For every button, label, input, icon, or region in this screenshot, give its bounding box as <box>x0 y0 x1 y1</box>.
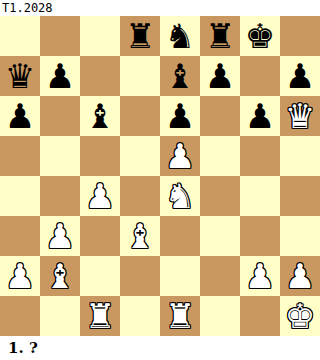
square-h1[interactable]: ♚ <box>280 296 320 336</box>
square-b4[interactable] <box>40 176 80 216</box>
square-f2[interactable] <box>200 256 240 296</box>
chess-board: ♜♞♜♚♛♟♝♟♟♟♝♟♟♛♟♟♞♟♝♟♝♟♟♜♜♚ <box>0 16 320 336</box>
square-c5[interactable] <box>80 136 120 176</box>
square-a6[interactable]: ♟ <box>0 96 40 136</box>
square-b1[interactable] <box>40 296 80 336</box>
square-f8[interactable]: ♜ <box>200 16 240 56</box>
black-bishop: ♝ <box>85 96 115 136</box>
black-rook: ♜ <box>205 16 235 56</box>
square-e3[interactable] <box>160 216 200 256</box>
square-a4[interactable] <box>0 176 40 216</box>
square-g1[interactable] <box>240 296 280 336</box>
square-h4[interactable] <box>280 176 320 216</box>
white-king: ♚ <box>285 296 315 336</box>
black-pawn: ♟ <box>245 96 275 136</box>
black-pawn: ♟ <box>285 56 315 96</box>
white-pawn: ♟ <box>285 256 315 296</box>
square-c6[interactable]: ♝ <box>80 96 120 136</box>
square-b2[interactable]: ♝ <box>40 256 80 296</box>
black-pawn: ♟ <box>45 56 75 96</box>
square-e4[interactable]: ♞ <box>160 176 200 216</box>
square-a3[interactable] <box>0 216 40 256</box>
square-d8[interactable]: ♜ <box>120 16 160 56</box>
square-c4[interactable]: ♟ <box>80 176 120 216</box>
square-d6[interactable] <box>120 96 160 136</box>
square-g3[interactable] <box>240 216 280 256</box>
white-pawn: ♟ <box>245 256 275 296</box>
square-c8[interactable] <box>80 16 120 56</box>
square-h2[interactable]: ♟ <box>280 256 320 296</box>
square-b8[interactable] <box>40 16 80 56</box>
square-f6[interactable] <box>200 96 240 136</box>
black-pawn: ♟ <box>165 96 195 136</box>
black-king: ♚ <box>245 16 275 56</box>
puzzle-id: T1.2028 <box>0 0 320 16</box>
square-g2[interactable]: ♟ <box>240 256 280 296</box>
square-h5[interactable] <box>280 136 320 176</box>
black-rook: ♜ <box>125 16 155 56</box>
square-c1[interactable]: ♜ <box>80 296 120 336</box>
white-queen: ♛ <box>285 96 315 136</box>
square-h3[interactable] <box>280 216 320 256</box>
square-c2[interactable] <box>80 256 120 296</box>
white-pawn: ♟ <box>5 256 35 296</box>
square-g6[interactable]: ♟ <box>240 96 280 136</box>
square-d3[interactable]: ♝ <box>120 216 160 256</box>
square-h7[interactable]: ♟ <box>280 56 320 96</box>
white-bishop: ♝ <box>45 256 75 296</box>
square-h6[interactable]: ♛ <box>280 96 320 136</box>
white-rook: ♜ <box>165 296 195 336</box>
square-b7[interactable]: ♟ <box>40 56 80 96</box>
square-e5[interactable]: ♟ <box>160 136 200 176</box>
square-e1[interactable]: ♜ <box>160 296 200 336</box>
square-f7[interactable]: ♟ <box>200 56 240 96</box>
square-g5[interactable] <box>240 136 280 176</box>
square-g4[interactable] <box>240 176 280 216</box>
black-pawn: ♟ <box>205 56 235 96</box>
square-c7[interactable] <box>80 56 120 96</box>
square-b6[interactable] <box>40 96 80 136</box>
move-prompt: 1. ? <box>0 336 320 360</box>
square-g8[interactable]: ♚ <box>240 16 280 56</box>
square-b3[interactable]: ♟ <box>40 216 80 256</box>
square-f1[interactable] <box>200 296 240 336</box>
square-h8[interactable] <box>280 16 320 56</box>
square-a5[interactable] <box>0 136 40 176</box>
square-e6[interactable]: ♟ <box>160 96 200 136</box>
square-d5[interactable] <box>120 136 160 176</box>
white-knight: ♞ <box>165 176 195 216</box>
square-f5[interactable] <box>200 136 240 176</box>
square-b5[interactable] <box>40 136 80 176</box>
white-bishop: ♝ <box>125 216 155 256</box>
square-e2[interactable] <box>160 256 200 296</box>
white-rook: ♜ <box>85 296 115 336</box>
square-d4[interactable] <box>120 176 160 216</box>
square-c3[interactable] <box>80 216 120 256</box>
black-queen: ♛ <box>5 56 35 96</box>
square-d1[interactable] <box>120 296 160 336</box>
square-e7[interactable]: ♝ <box>160 56 200 96</box>
square-a2[interactable]: ♟ <box>0 256 40 296</box>
white-pawn: ♟ <box>85 176 115 216</box>
square-a8[interactable] <box>0 16 40 56</box>
black-bishop: ♝ <box>165 56 195 96</box>
square-d2[interactable] <box>120 256 160 296</box>
square-d7[interactable] <box>120 56 160 96</box>
black-knight: ♞ <box>165 16 195 56</box>
square-e8[interactable]: ♞ <box>160 16 200 56</box>
square-a1[interactable] <box>0 296 40 336</box>
chess-puzzle-page: T1.2028 ♜♞♜♚♛♟♝♟♟♟♝♟♟♛♟♟♞♟♝♟♝♟♟♜♜♚ 1. ? <box>0 0 320 360</box>
square-f3[interactable] <box>200 216 240 256</box>
black-pawn: ♟ <box>5 96 35 136</box>
white-pawn: ♟ <box>165 136 195 176</box>
square-a7[interactable]: ♛ <box>0 56 40 96</box>
square-f4[interactable] <box>200 176 240 216</box>
white-pawn: ♟ <box>45 216 75 256</box>
square-g7[interactable] <box>240 56 280 96</box>
